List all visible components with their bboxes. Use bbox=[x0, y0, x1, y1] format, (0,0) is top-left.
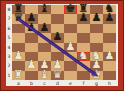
file-label-b: b bbox=[27, 81, 37, 86]
square-d8[interactable] bbox=[51, 5, 64, 14]
file-label-c: c bbox=[40, 81, 50, 86]
square-b4[interactable] bbox=[25, 43, 38, 52]
square-h5[interactable] bbox=[103, 33, 116, 42]
square-d6[interactable] bbox=[51, 24, 64, 33]
square-a2[interactable] bbox=[12, 61, 25, 70]
square-g1[interactable]: ♚ bbox=[90, 71, 103, 80]
file-label-d: d bbox=[53, 81, 63, 86]
square-h6[interactable] bbox=[103, 24, 116, 33]
white-king-g1: ♚ bbox=[90, 69, 103, 80]
rank-label-2: 2 bbox=[7, 62, 12, 69]
file-labels: abcdefgh bbox=[12, 80, 116, 86]
square-d1[interactable]: ♛ bbox=[51, 71, 64, 80]
rank-label-5: 5 bbox=[7, 34, 12, 41]
square-c5[interactable] bbox=[38, 33, 51, 42]
square-c4[interactable] bbox=[38, 43, 51, 52]
square-d7[interactable] bbox=[51, 14, 64, 23]
square-f6[interactable] bbox=[77, 24, 90, 33]
square-b1[interactable] bbox=[25, 71, 38, 80]
square-b5[interactable] bbox=[25, 33, 38, 42]
file-label-g: g bbox=[92, 81, 102, 86]
black-bishop-c8: ♝ bbox=[38, 3, 51, 14]
square-b3[interactable] bbox=[25, 52, 38, 61]
square-g6[interactable] bbox=[90, 24, 103, 33]
square-e6[interactable] bbox=[64, 24, 77, 33]
square-d5[interactable]: ♟ bbox=[51, 33, 64, 42]
square-f1[interactable] bbox=[77, 71, 90, 80]
square-d2[interactable]: ♟ bbox=[51, 61, 64, 70]
square-e1[interactable] bbox=[64, 71, 77, 80]
white-pawn-a3: ♟ bbox=[12, 50, 25, 61]
black-rook-a8: ♜ bbox=[12, 3, 25, 14]
square-b6[interactable]: ♟ bbox=[25, 24, 38, 33]
square-f2[interactable] bbox=[77, 61, 90, 70]
chess-app-window: 87654321 abcdefgh ♜♝♚♜♞♛♟♟♟♟♟♟♟♟♟♞♞♟♟♟♟♟… bbox=[0, 0, 124, 91]
white-pawn-d2: ♟ bbox=[51, 59, 64, 70]
square-h1[interactable] bbox=[103, 71, 116, 80]
black-king-e8: ♚ bbox=[64, 3, 77, 14]
square-e7[interactable] bbox=[64, 14, 77, 23]
square-c6[interactable]: ♟ bbox=[38, 24, 51, 33]
white-pawn-e4: ♟ bbox=[64, 41, 77, 52]
rank-label-4: 4 bbox=[7, 44, 12, 51]
square-b2[interactable]: ♟ bbox=[25, 61, 38, 70]
square-c8[interactable]: ♝ bbox=[38, 5, 51, 14]
square-a6[interactable] bbox=[12, 24, 25, 33]
white-queen-d1: ♛ bbox=[51, 69, 64, 80]
square-c3[interactable] bbox=[38, 52, 51, 61]
square-e8[interactable]: ♚ bbox=[64, 5, 77, 14]
white-pawn-g2: ♟ bbox=[90, 59, 103, 70]
white-pawn-c2: ♟ bbox=[38, 59, 51, 70]
square-a3[interactable]: ♟ bbox=[12, 52, 25, 61]
file-label-a: a bbox=[14, 81, 24, 86]
square-a1[interactable]: ♜ bbox=[12, 71, 25, 80]
black-knight-h8: ♞ bbox=[103, 3, 116, 14]
file-label-h: h bbox=[105, 81, 115, 86]
file-label-f: f bbox=[79, 81, 89, 86]
black-pawn-f7: ♟ bbox=[77, 12, 90, 23]
square-f8[interactable]: ♜ bbox=[77, 5, 90, 14]
square-c7[interactable] bbox=[38, 14, 51, 23]
black-pawn-d5: ♟ bbox=[51, 31, 64, 42]
rank-label-6: 6 bbox=[7, 25, 12, 32]
square-f5[interactable] bbox=[77, 33, 90, 42]
black-pawn-b7: ♟ bbox=[25, 12, 38, 23]
board-frame: 87654321 abcdefgh ♜♝♚♜♞♛♟♟♟♟♟♟♟♟♟♞♞♟♟♟♟♟… bbox=[6, 4, 118, 86]
black-pawn-h7: ♟ bbox=[103, 12, 116, 23]
square-g5[interactable] bbox=[90, 33, 103, 42]
square-c2[interactable]: ♟ bbox=[38, 61, 51, 70]
square-a5[interactable] bbox=[12, 33, 25, 42]
square-h4[interactable] bbox=[103, 43, 116, 52]
black-rook-f8: ♜ bbox=[77, 3, 90, 14]
rank-label-8: 8 bbox=[7, 6, 12, 13]
black-pawn-g7: ♟ bbox=[90, 12, 103, 23]
square-h8[interactable]: ♞ bbox=[103, 5, 116, 14]
square-a7[interactable]: ♛ bbox=[12, 14, 25, 23]
rank-label-7: 7 bbox=[7, 16, 12, 23]
square-d3[interactable] bbox=[51, 52, 64, 61]
square-e5[interactable] bbox=[64, 33, 77, 42]
square-g8[interactable] bbox=[90, 5, 103, 14]
white-knight-f3: ♞ bbox=[77, 50, 90, 61]
black-queen-a7: ♛ bbox=[12, 12, 25, 23]
square-a4[interactable] bbox=[12, 43, 25, 52]
white-pawn-h3: ♟ bbox=[103, 50, 116, 61]
black-pawn-b6: ♟ bbox=[25, 22, 38, 33]
square-f4[interactable] bbox=[77, 43, 90, 52]
white-rook-a1: ♜ bbox=[12, 69, 25, 80]
square-g3[interactable]: ♞ bbox=[90, 52, 103, 61]
square-d4[interactable] bbox=[51, 43, 64, 52]
square-g7[interactable]: ♟ bbox=[90, 14, 103, 23]
square-f7[interactable]: ♟ bbox=[77, 14, 90, 23]
square-b7[interactable]: ♟ bbox=[25, 14, 38, 23]
square-h2[interactable] bbox=[103, 61, 116, 70]
square-c1[interactable]: ♝ bbox=[38, 71, 51, 80]
square-a8[interactable]: ♜ bbox=[12, 5, 25, 14]
square-e2[interactable] bbox=[64, 61, 77, 70]
rank-label-1: 1 bbox=[7, 72, 12, 79]
square-f3[interactable]: ♞ bbox=[77, 52, 90, 61]
square-e4[interactable]: ♟ bbox=[64, 43, 77, 52]
rank-label-3: 3 bbox=[7, 53, 12, 60]
file-label-e: e bbox=[66, 81, 76, 86]
square-h3[interactable]: ♟ bbox=[103, 52, 116, 61]
chess-board: ♜♝♚♜♞♛♟♟♟♟♟♟♟♟♟♞♞♟♟♟♟♟♜♝♛♚ bbox=[12, 5, 116, 80]
white-pawn-b2: ♟ bbox=[25, 59, 38, 70]
black-pawn-c6: ♟ bbox=[38, 22, 51, 33]
square-g4[interactable] bbox=[90, 43, 103, 52]
square-e3[interactable] bbox=[64, 52, 77, 61]
square-h7[interactable]: ♟ bbox=[103, 14, 116, 23]
square-b8[interactable] bbox=[25, 5, 38, 14]
square-g2[interactable]: ♟ bbox=[90, 61, 103, 70]
white-knight-g3: ♞ bbox=[90, 50, 103, 61]
white-bishop-c1: ♝ bbox=[38, 69, 51, 80]
